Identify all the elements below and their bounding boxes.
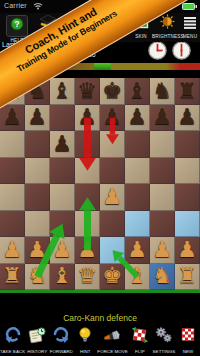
flip-button[interactable]: FLIP bbox=[128, 325, 152, 356]
square-a4[interactable] bbox=[0, 184, 25, 211]
help-icon: ? bbox=[6, 15, 28, 37]
square-d3[interactable] bbox=[75, 211, 100, 238]
square-d1[interactable]: ♛ bbox=[75, 264, 100, 291]
square-g4[interactable] bbox=[150, 184, 175, 211]
svg-text:?: ? bbox=[14, 19, 19, 29]
white-piece-p-e4: ♟ bbox=[102, 184, 122, 210]
brightness-icon bbox=[159, 15, 176, 32]
hint-button[interactable]: HINT bbox=[73, 325, 97, 356]
square-c7[interactable] bbox=[50, 105, 75, 132]
square-b6[interactable] bbox=[25, 131, 50, 158]
square-a2[interactable]: ♟ bbox=[0, 237, 25, 264]
square-h5[interactable] bbox=[175, 158, 200, 185]
square-f2[interactable]: ♟ bbox=[125, 237, 150, 264]
black-piece-q-d8: ♛ bbox=[77, 78, 97, 104]
notepad-clock-icon bbox=[27, 326, 47, 344]
flip-board-icon bbox=[130, 326, 150, 344]
black-piece-p-e7: ♟ bbox=[102, 104, 122, 130]
white-piece-r-a1: ♜ bbox=[2, 263, 22, 289]
black-piece-r-h8: ♜ bbox=[177, 78, 197, 104]
forward-button[interactable]: FORWARD bbox=[49, 325, 73, 356]
white-piece-p-a2: ♟ bbox=[2, 237, 22, 263]
force-move-button[interactable]: FORCE MOVE bbox=[97, 325, 128, 356]
square-a1[interactable]: ♜ bbox=[0, 264, 25, 291]
square-e3[interactable] bbox=[100, 211, 125, 238]
square-a5[interactable] bbox=[0, 158, 25, 185]
chess-board: ♜♞♝♛♚♝♞♜♟♟♟♟♟♟♟♟♟♟♟♟♟♟♟♟♜♞♝♛♚♝♞♜ bbox=[0, 78, 200, 290]
brush-icon bbox=[102, 326, 124, 344]
square-e8[interactable]: ♚ bbox=[100, 78, 125, 105]
settings-button[interactable]: NEW SETTINGS bbox=[152, 325, 176, 356]
square-g3[interactable] bbox=[150, 211, 175, 238]
chess-app-screen: Carrier ? HELP bbox=[0, 0, 200, 356]
bottom-toolbar: TAKE BACK HISTORY FORWARD bbox=[0, 325, 200, 356]
black-piece-p-f7: ♟ bbox=[127, 104, 147, 130]
square-e1[interactable]: ♚ bbox=[100, 264, 125, 291]
new-game-button[interactable]: NEW bbox=[176, 325, 200, 356]
black-piece-p-c6: ♟ bbox=[52, 131, 72, 157]
square-g5[interactable] bbox=[150, 158, 175, 185]
white-piece-r-h1: ♜ bbox=[177, 263, 197, 289]
square-b3[interactable] bbox=[25, 211, 50, 238]
black-piece-p-b7: ♟ bbox=[27, 104, 47, 130]
white-piece-p-c2: ♟ bbox=[52, 237, 72, 263]
square-a3[interactable] bbox=[0, 211, 25, 238]
black-piece-n-g8: ♞ bbox=[152, 78, 172, 104]
square-d4[interactable] bbox=[75, 184, 100, 211]
square-f1[interactable]: ♝ bbox=[125, 264, 150, 291]
square-c3[interactable] bbox=[50, 211, 75, 238]
black-piece-p-g7: ♟ bbox=[152, 104, 172, 130]
square-g6[interactable] bbox=[150, 131, 175, 158]
battery-icon bbox=[182, 3, 197, 10]
white-piece-b-f1: ♝ bbox=[127, 263, 147, 289]
square-c8[interactable]: ♝ bbox=[50, 78, 75, 105]
carrier-label: Carrier bbox=[4, 2, 27, 9]
black-clock-icon bbox=[171, 40, 192, 61]
square-h7[interactable]: ♟ bbox=[175, 105, 200, 132]
square-b5[interactable] bbox=[25, 158, 50, 185]
square-h3[interactable] bbox=[175, 211, 200, 238]
white-piece-k-e1: ♚ bbox=[102, 263, 122, 289]
menu-button[interactable]: MENU bbox=[181, 15, 199, 39]
history-button[interactable]: HISTORY bbox=[25, 325, 49, 356]
white-piece-q-d1: ♛ bbox=[77, 263, 97, 289]
white-piece-p-d2: ♟ bbox=[77, 237, 97, 263]
square-e7[interactable]: ♟ bbox=[100, 105, 125, 132]
white-piece-b-c1: ♝ bbox=[52, 263, 72, 289]
square-g8[interactable]: ♞ bbox=[150, 78, 175, 105]
square-d5[interactable] bbox=[75, 158, 100, 185]
new-board-icon bbox=[178, 326, 198, 344]
square-e6[interactable] bbox=[100, 131, 125, 158]
opening-name-label: Caro-Kann defence bbox=[0, 313, 200, 323]
square-c2[interactable]: ♟ bbox=[50, 237, 75, 264]
square-h4[interactable] bbox=[175, 184, 200, 211]
white-piece-p-h2: ♟ bbox=[177, 237, 197, 263]
square-a6[interactable] bbox=[0, 131, 25, 158]
turn-indicator-line bbox=[0, 290, 200, 293]
square-d6[interactable] bbox=[75, 131, 100, 158]
square-e4[interactable]: ♟ bbox=[100, 184, 125, 211]
square-f5[interactable] bbox=[125, 158, 150, 185]
white-piece-p-g2: ♟ bbox=[152, 237, 172, 263]
square-a7[interactable]: ♟ bbox=[0, 105, 25, 132]
square-b1[interactable]: ♞ bbox=[25, 264, 50, 291]
square-d7[interactable]: ♟ bbox=[75, 105, 100, 132]
square-b7[interactable]: ♟ bbox=[25, 105, 50, 132]
lightbulb-icon bbox=[75, 326, 95, 344]
take-back-button[interactable]: TAKE BACK bbox=[0, 325, 25, 356]
square-f8[interactable]: ♝ bbox=[125, 78, 150, 105]
square-c6[interactable]: ♟ bbox=[50, 131, 75, 158]
black-piece-k-e8: ♚ bbox=[102, 78, 122, 104]
square-f6[interactable] bbox=[125, 131, 150, 158]
square-h2[interactable]: ♟ bbox=[175, 237, 200, 264]
black-piece-b-c8: ♝ bbox=[52, 78, 72, 104]
gears-icon bbox=[154, 326, 174, 344]
square-d8[interactable]: ♛ bbox=[75, 78, 100, 105]
square-b2[interactable]: ♟ bbox=[25, 237, 50, 264]
square-h6[interactable] bbox=[175, 131, 200, 158]
black-piece-p-h7: ♟ bbox=[177, 104, 197, 130]
white-piece-p-f2: ♟ bbox=[127, 237, 147, 263]
square-f7[interactable]: ♟ bbox=[125, 105, 150, 132]
undo-icon bbox=[3, 326, 23, 344]
square-c5[interactable] bbox=[50, 158, 75, 185]
black-piece-p-d7: ♟ bbox=[77, 104, 97, 130]
square-g2[interactable]: ♟ bbox=[150, 237, 175, 264]
square-e2[interactable] bbox=[100, 237, 125, 264]
hamburger-menu-icon bbox=[183, 15, 197, 32]
square-f4[interactable] bbox=[125, 184, 150, 211]
square-c1[interactable]: ♝ bbox=[50, 264, 75, 291]
wifi-icon bbox=[33, 2, 43, 10]
square-g7[interactable]: ♟ bbox=[150, 105, 175, 132]
white-piece-p-b2: ♟ bbox=[27, 237, 47, 263]
square-e5[interactable] bbox=[100, 158, 125, 185]
white-piece-n-b1: ♞ bbox=[27, 263, 47, 289]
black-piece-b-f8: ♝ bbox=[127, 78, 147, 104]
redo-icon bbox=[51, 326, 71, 344]
square-c4[interactable] bbox=[50, 184, 75, 211]
white-piece-n-g1: ♞ bbox=[152, 263, 172, 289]
square-f3[interactable] bbox=[125, 211, 150, 238]
square-d2[interactable]: ♟ bbox=[75, 237, 100, 264]
black-piece-p-a7: ♟ bbox=[2, 104, 22, 130]
square-g1[interactable]: ♞ bbox=[150, 264, 175, 291]
square-b4[interactable] bbox=[25, 184, 50, 211]
square-h1[interactable]: ♜ bbox=[175, 264, 200, 291]
evaluation-marker bbox=[94, 63, 111, 70]
square-h8[interactable]: ♜ bbox=[175, 78, 200, 105]
white-clock-icon bbox=[147, 40, 168, 61]
